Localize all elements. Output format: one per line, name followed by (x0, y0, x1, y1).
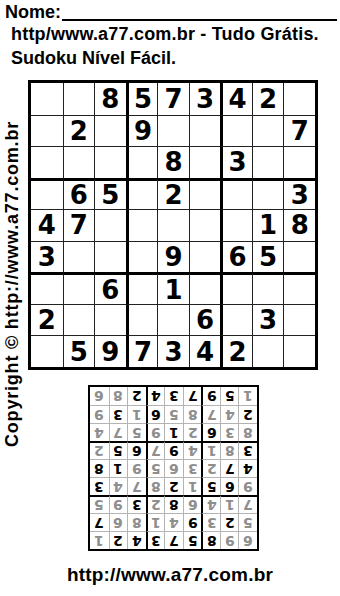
solution-cell-r3c9: 8 (238, 423, 257, 441)
solution-cell-r7c3: 3 (127, 495, 146, 513)
cell-r4c4 (126, 178, 158, 210)
solved-digit: 1 (188, 480, 198, 494)
solved-digit: 4 (94, 426, 104, 440)
cell-r3c9 (283, 146, 315, 178)
cell-r8c9 (283, 304, 315, 336)
cell-r5c3 (94, 209, 126, 241)
solved-digit: 9 (132, 462, 142, 476)
solved-digit: 8 (151, 480, 161, 494)
solution-cell-r3c4: 9 (146, 423, 165, 441)
solution-cell-r4c7: 1 (201, 441, 220, 459)
cell-r8c5 (157, 304, 189, 336)
cell-r5c8: 1 (252, 209, 284, 241)
solved-digit: 5 (151, 462, 161, 476)
given-digit: 2 (132, 389, 142, 403)
solution-cell-r2c1: 9 (90, 405, 109, 423)
cell-r8c8: 3 (252, 304, 284, 336)
solution-cell-r9c7: 8 (201, 531, 220, 549)
solution-cell-r5c7: 2 (201, 459, 220, 477)
solution-cell-r9c6: 5 (183, 531, 202, 549)
sudoku-printable-page: Nome: http/www.a77.com.br - Tudo Grátis.… (0, 0, 340, 596)
given-digit: 3 (94, 480, 104, 494)
solution-cell-r8c9: 5 (238, 513, 257, 531)
solution-cell-r8c2: 6 (109, 513, 128, 531)
site-line: http/www.a77.com.br - Tudo Grátis. (11, 24, 319, 45)
cell-r5c2: 7 (63, 209, 95, 241)
solution-cell-r3c7: 6 (201, 423, 220, 441)
cell-r4c3: 5 (94, 178, 126, 210)
cell-r8c6: 6 (189, 304, 221, 336)
solution-cell-r1c5: 3 (164, 387, 183, 405)
cell-r9c7: 2 (220, 335, 252, 367)
given-digit: 1 (113, 462, 123, 476)
solved-digit: 1 (132, 408, 142, 422)
solution-cell-r7c7: 4 (201, 495, 220, 513)
solved-digit: 8 (188, 408, 198, 422)
solution-cell-r4c2: 5 (109, 441, 128, 459)
solved-digit: 5 (132, 426, 142, 440)
cell-r7c4 (126, 272, 158, 304)
solved-digit: 1 (94, 534, 104, 548)
solution-cell-r2c9: 2 (238, 405, 257, 423)
cell-r7c1 (31, 272, 63, 304)
solution-cell-r1c3: 2 (127, 387, 146, 405)
solution-cell-r7c4: 2 (146, 495, 165, 513)
footer-url: http://www.a77.com.br (0, 564, 340, 586)
sudoku-solution-grid: 6824379519316587424759126382567941838195… (88, 385, 259, 551)
cell-r8c4 (126, 304, 158, 336)
solution-cell-r3c2: 7 (109, 423, 128, 441)
solved-digit: 8 (113, 389, 123, 403)
solution-cell-r1c2: 8 (109, 387, 128, 405)
solved-digit: 4 (225, 408, 235, 422)
given-digit: 5 (225, 389, 235, 403)
cell-r1c3: 8 (94, 83, 126, 115)
solved-digit: 9 (243, 480, 253, 494)
cell-r3c7: 3 (220, 146, 252, 178)
solved-digit: 4 (207, 498, 217, 512)
solution-cell-r6c8: 6 (220, 477, 239, 495)
given-digit: 2 (243, 408, 253, 422)
cell-r4c1 (31, 178, 63, 210)
cell-r9c6: 4 (189, 335, 221, 367)
given-digit: 6 (225, 480, 235, 494)
solution-cell-r4c6: 4 (183, 441, 202, 459)
solution-cell-r8c1: 7 (90, 513, 109, 531)
solution-cell-r8c7: 3 (201, 513, 220, 531)
cell-r9c4: 7 (126, 335, 158, 367)
given-digit: 4 (132, 534, 142, 548)
solution-cell-r7c6: 6 (183, 495, 202, 513)
cell-r1c9 (283, 83, 315, 115)
cell-r2c9: 7 (283, 115, 315, 147)
solution-cell-r5c3: 9 (127, 459, 146, 477)
solution-cell-r8c6: 9 (183, 513, 202, 531)
cell-r6c9 (283, 241, 315, 273)
solution-cell-r7c2: 9 (109, 495, 128, 513)
cell-r6c7: 6 (220, 241, 252, 273)
solved-digit: 2 (151, 498, 161, 512)
solved-digit: 7 (207, 408, 217, 422)
solution-cell-r9c1: 1 (90, 531, 109, 549)
cell-r7c5: 1 (157, 272, 189, 304)
solution-cell-r1c1: 6 (90, 387, 109, 405)
cell-r2c1 (31, 115, 63, 147)
given-digit: 7 (94, 516, 104, 530)
solved-digit: 1 (151, 516, 161, 530)
given-digit: 8 (169, 498, 179, 512)
solution-cell-r8c8: 2 (220, 513, 239, 531)
solution-cell-r9c9: 6 (238, 531, 257, 549)
cell-r1c5: 7 (157, 83, 189, 115)
solution-cell-r6c4: 8 (146, 477, 165, 495)
cell-r8c1: 2 (31, 304, 63, 336)
solution-cell-r5c8: 7 (220, 459, 239, 477)
solution-cell-r9c4: 3 (146, 531, 165, 549)
solved-digit: 2 (94, 444, 104, 458)
given-digit: 7 (225, 462, 235, 476)
cell-r6c6 (189, 241, 221, 273)
given-digit: 8 (207, 534, 217, 548)
solution-cell-r8c5: 4 (164, 513, 183, 531)
cell-r4c8 (252, 178, 284, 210)
solution-cell-r3c3: 5 (127, 423, 146, 441)
solved-digit: 7 (113, 426, 123, 440)
solved-digit: 9 (113, 498, 123, 512)
solution-cell-r5c6: 3 (183, 459, 202, 477)
difficulty-title: Sudoku Nível Fácil. (11, 48, 176, 69)
cell-r7c8 (252, 272, 284, 304)
cell-r3c1 (31, 146, 63, 178)
cell-r7c3: 6 (94, 272, 126, 304)
given-digit: 3 (169, 389, 179, 403)
solution-cell-r2c4: 6 (146, 405, 165, 423)
solution-cell-r1c6: 7 (183, 387, 202, 405)
solution-cell-r4c1: 2 (90, 441, 109, 459)
cell-r1c6: 3 (189, 83, 221, 115)
cell-r2c2: 2 (63, 115, 95, 147)
name-label: Nome: (5, 2, 61, 23)
name-row: Nome: (5, 2, 337, 23)
solution-cell-r3c1: 4 (90, 423, 109, 441)
cell-r2c6 (189, 115, 221, 147)
solved-digit: 1 (225, 498, 235, 512)
cell-r5c6 (189, 209, 221, 241)
solution-cell-r1c7: 9 (201, 387, 220, 405)
solution-cell-r4c3: 6 (127, 441, 146, 459)
solved-digit: 3 (188, 462, 198, 476)
given-digit: 2 (169, 480, 179, 494)
cell-r9c2: 5 (63, 335, 95, 367)
copyright-label: Copyright © http://www.a77.com.br (2, 121, 23, 447)
solved-digit: 9 (94, 408, 104, 422)
solution-cell-r5c4: 5 (146, 459, 165, 477)
given-digit: 4 (151, 389, 161, 403)
solution-cell-r2c7: 7 (201, 405, 220, 423)
cell-r4c2: 6 (63, 178, 95, 210)
cell-r5c5 (157, 209, 189, 241)
cell-r5c9: 8 (283, 209, 315, 241)
cell-r4c9: 3 (283, 178, 315, 210)
given-digit: 5 (207, 480, 217, 494)
solution-cell-r7c8: 1 (220, 495, 239, 513)
solution-cell-r1c8: 5 (220, 387, 239, 405)
cell-r7c6 (189, 272, 221, 304)
cell-r1c7: 4 (220, 83, 252, 115)
solved-digit: 8 (132, 516, 142, 530)
cell-r4c7 (220, 178, 252, 210)
solved-digit: 1 (207, 444, 217, 458)
given-digit: 3 (151, 534, 161, 548)
cell-r3c8 (252, 146, 284, 178)
cell-r8c7 (220, 304, 252, 336)
solution-cell-r4c9: 3 (238, 441, 257, 459)
given-digit: 3 (243, 444, 253, 458)
solution-cell-r2c2: 3 (109, 405, 128, 423)
cell-r2c4: 9 (126, 115, 158, 147)
solved-digit: 5 (94, 498, 104, 512)
cell-r5c7 (220, 209, 252, 241)
solved-digit: 5 (243, 516, 253, 530)
cell-r6c8: 5 (252, 241, 284, 273)
solution-cell-r9c5: 7 (164, 531, 183, 549)
cell-r2c7 (220, 115, 252, 147)
cell-r8c3 (94, 304, 126, 336)
solved-digit: 8 (243, 426, 253, 440)
solved-digit: 7 (132, 480, 142, 494)
solution-cell-r2c6: 8 (183, 405, 202, 423)
solved-digit: 9 (151, 426, 161, 440)
cell-r1c2 (63, 83, 95, 115)
cell-r1c1 (31, 83, 63, 115)
given-digit: 2 (113, 534, 123, 548)
given-digit: 3 (132, 498, 142, 512)
solved-digit: 4 (169, 516, 179, 530)
given-digit: 1 (169, 426, 179, 440)
solution-cell-r3c8: 3 (220, 423, 239, 441)
solution-cell-r6c3: 7 (127, 477, 146, 495)
cell-r7c9 (283, 272, 315, 304)
solution-cell-r7c9: 7 (238, 495, 257, 513)
given-digit: 5 (113, 444, 123, 458)
solution-cell-r2c5: 5 (164, 405, 183, 423)
solution-cell-r9c8: 9 (220, 531, 239, 549)
given-digit: 6 (132, 444, 142, 458)
cell-r6c1: 3 (31, 241, 63, 273)
solution-cell-r5c1: 8 (90, 459, 109, 477)
cell-r4c5: 2 (157, 178, 189, 210)
cell-r3c5: 8 (157, 146, 189, 178)
solved-digit: 6 (243, 534, 253, 548)
name-underline (62, 19, 337, 21)
solved-digit: 6 (188, 498, 198, 512)
given-digit: 3 (113, 408, 123, 422)
solved-digit: 2 (207, 462, 217, 476)
given-digit: 6 (151, 408, 161, 422)
given-digit: 7 (169, 534, 179, 548)
cell-r8c2 (63, 304, 95, 336)
cell-r6c2 (63, 241, 95, 273)
given-digit: 9 (169, 444, 179, 458)
solution-cell-r5c9: 4 (238, 459, 257, 477)
cell-r4c6 (189, 178, 221, 210)
given-digit: 9 (207, 389, 217, 403)
solution-cell-r7c5: 8 (164, 495, 183, 513)
cell-r6c5: 9 (157, 241, 189, 273)
cell-r9c9 (283, 335, 315, 367)
solution-cell-r6c1: 3 (90, 477, 109, 495)
given-digit: 7 (188, 389, 198, 403)
solved-digit: 6 (169, 462, 179, 476)
cell-r2c8 (252, 115, 284, 147)
solution-cell-r2c3: 1 (127, 405, 146, 423)
solution-cell-r5c2: 1 (109, 459, 128, 477)
given-digit: 8 (94, 462, 104, 476)
cell-r2c3 (94, 115, 126, 147)
solved-digit: 7 (243, 498, 253, 512)
solution-cell-r4c4: 7 (146, 441, 165, 459)
solution-cell-r9c2: 2 (109, 531, 128, 549)
cell-r9c8 (252, 335, 284, 367)
given-digit: 5 (188, 534, 198, 548)
cell-r3c2 (63, 146, 95, 178)
cell-r2c5 (157, 115, 189, 147)
solution-cell-r1c9: 1 (238, 387, 257, 405)
solved-digit: 4 (113, 480, 123, 494)
solution-cell-r1c4: 4 (146, 387, 165, 405)
cell-r3c6 (189, 146, 221, 178)
cell-r7c2 (63, 272, 95, 304)
cell-r5c1: 4 (31, 209, 63, 241)
cell-r9c3: 9 (94, 335, 126, 367)
solved-digit: 7 (151, 444, 161, 458)
given-digit: 6 (207, 426, 217, 440)
solved-digit: 5 (169, 408, 179, 422)
solution-cell-r2c8: 4 (220, 405, 239, 423)
solution-cell-r3c6: 2 (183, 423, 202, 441)
cell-r3c3 (94, 146, 126, 178)
sudoku-grid: 8573422978365234718396561263597342 (28, 80, 318, 370)
solved-digit: 6 (94, 389, 104, 403)
cell-r5c4 (126, 209, 158, 241)
solution-cell-r8c3: 8 (127, 513, 146, 531)
cell-r6c4 (126, 241, 158, 273)
solution-cell-r6c2: 4 (109, 477, 128, 495)
solved-digit: 9 (225, 534, 235, 548)
cell-r6c3 (94, 241, 126, 273)
given-digit: 4 (243, 462, 253, 476)
given-digit: 9 (188, 516, 198, 530)
solved-digit: 6 (113, 516, 123, 530)
cell-r9c1 (31, 335, 63, 367)
solution-cell-r4c5: 9 (164, 441, 183, 459)
cell-r9c5: 3 (157, 335, 189, 367)
solved-digit: 3 (225, 426, 235, 440)
solution-cell-r7c1: 5 (90, 495, 109, 513)
solution-cell-r4c8: 8 (220, 441, 239, 459)
solution-cell-r5c5: 6 (164, 459, 183, 477)
solution-cell-r6c9: 9 (238, 477, 257, 495)
cell-r3c4 (126, 146, 158, 178)
solved-digit: 2 (188, 426, 198, 440)
solution-cell-r6c5: 2 (164, 477, 183, 495)
given-digit: 2 (225, 516, 235, 530)
solved-digit: 4 (188, 444, 198, 458)
solution-cell-r6c7: 5 (201, 477, 220, 495)
solution-cell-r9c3: 4 (127, 531, 146, 549)
solved-digit: 1 (243, 389, 253, 403)
solved-digit: 8 (225, 444, 235, 458)
solution-cell-r3c5: 1 (164, 423, 183, 441)
cell-r1c4: 5 (126, 83, 158, 115)
solution-cell-r8c4: 1 (146, 513, 165, 531)
solved-digit: 3 (207, 516, 217, 530)
cell-r1c8: 2 (252, 83, 284, 115)
solution-cell-r6c6: 1 (183, 477, 202, 495)
cell-r7c7 (220, 272, 252, 304)
